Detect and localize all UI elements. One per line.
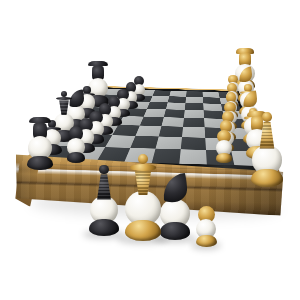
piece-gold-pawn [194,197,219,247]
piece-part-sph [117,89,129,101]
piece-part-sph [249,108,257,116]
piece-part-brim [79,93,95,96]
piece-part-brim [43,127,60,131]
piece-part-sph [252,145,282,175]
piece-black-pawn [115,83,132,117]
piece-part-sph [226,92,237,103]
piece-part-base [220,132,235,141]
piece-part-sph [88,78,109,99]
piece-gold-rook [244,105,271,159]
piece-part-horn [239,66,253,82]
piece-part-base [116,109,130,117]
piece-gold-pawn [223,87,239,119]
piece-part-base [216,153,233,163]
piece-part-sph [238,80,254,96]
piece-shadow [117,235,170,244]
piece-part-sph [241,106,258,123]
piece-part-sph [116,98,130,112]
piece-part-sph [48,120,56,128]
piece-part-stemQ [94,174,114,199]
piece-part-base [106,117,121,126]
piece-black-bishop [41,109,64,155]
piece-black-pawn [132,71,147,101]
piece-part-sph [226,91,238,103]
piece-part-base [223,122,237,130]
piece-part-base [67,152,85,163]
piece-gold-pawn [217,114,236,152]
piece-part-base [133,94,146,101]
piece-part-horn [242,91,258,109]
piece-layer [0,0,300,300]
piece-part-sph [107,106,121,120]
piece-part-sph [262,112,272,122]
piece-part-sph [99,103,112,116]
piece-part-base [246,146,269,159]
piece-part-base [224,111,237,119]
piece-part-sph [196,219,216,239]
piece-part-sph [134,76,144,86]
piece-part-sph [138,154,149,165]
piece-part-sph [221,121,235,135]
piece-part-sph [125,91,138,104]
piece-part-sph [235,64,254,83]
piece-gold-queen [249,113,286,187]
piece-part-sph [89,111,103,125]
piece-shadow [191,241,221,250]
piece-part-base [97,126,113,135]
piece-black-king [51,90,77,142]
piece-part-sph [225,101,238,114]
piece-part-sph [69,126,84,141]
piece-part-sph [79,118,93,132]
piece-part-sph [83,86,91,94]
piece-part-base [218,143,234,152]
piece-part-sph [246,129,268,151]
piece-black-bishop [77,76,98,118]
piece-part-base [251,169,282,187]
piece-part-base [243,133,263,144]
piece-gold-bishop [241,97,265,144]
piece-part-base [124,101,137,109]
piece-part-horn [68,90,84,108]
piece-part-base [226,101,239,108]
piece-part-sph [217,130,231,144]
piece-part-base [241,120,259,130]
piece-gold-pawn [222,96,239,130]
piece-part-stemK [57,100,71,115]
piece-part-base [53,130,75,142]
piece-part-stemQ [256,122,277,149]
piece-part-sph [28,136,52,160]
piece-part-base [87,95,109,107]
piece-part-sph [228,75,238,85]
piece-part-sph [88,121,104,137]
piece-part-cyl [239,53,250,66]
piece-part-sph [67,105,85,123]
piece-part-sph [244,117,263,136]
piece-part-base [78,108,96,118]
piece-part-sph [244,84,252,92]
piece-part-base [77,143,95,153]
piece-part-sph [133,84,145,96]
piece-part-sph [224,102,236,114]
piece-part-sph [79,94,96,111]
piece-part-sph [220,120,233,133]
piece-part-base [238,93,255,103]
chess-set-photo [0,0,300,300]
piece-part-sph [78,129,95,146]
piece-part-cyl [251,116,263,131]
piece-part-sph [108,96,120,108]
piece-gold-pawn [225,78,240,108]
piece-part-sph [240,92,257,109]
piece-black-knight [65,86,87,130]
piece-part-brim [240,91,256,94]
piece-black-pawn [105,90,123,126]
piece-part-sph [216,140,232,156]
piece-part-sph [227,83,237,93]
piece-part-cyl [33,123,47,139]
piece-part-stemK [131,171,155,196]
piece-part-sph [227,82,238,93]
piece-part-sph [160,199,189,228]
piece-black-queen [87,166,122,236]
piece-gold-bishop [238,74,259,116]
piece-part-base [67,119,85,130]
piece-part-sph [43,129,61,147]
piece-part-horn [162,173,188,203]
piece-part-sph [67,138,85,156]
piece-part-sph [198,206,215,223]
piece-part-cyl [92,66,104,80]
piece-black-pawn [76,111,97,153]
piece-part-sph [54,113,75,134]
piece-part-sph [90,196,118,224]
piece-part-brim [244,116,262,120]
piece-black-knight [157,167,194,240]
piece-part-base [235,79,255,91]
piece-part-sph [99,165,108,174]
piece-part-sph [222,111,234,123]
piece-gold-knight [236,63,256,103]
piece-black-pawn [96,97,115,135]
piece-gold-rook [233,43,257,91]
piece-part-cap [88,61,108,67]
piece-gold-pawn [219,105,237,141]
piece-part-sph [126,82,137,93]
piece-part-cap [29,117,52,124]
piece-part-brim [130,164,156,170]
piece-part-base [239,106,257,116]
piece-part-cap [236,48,254,53]
piece-part-sph [223,111,237,125]
piece-gold-pawn [226,70,240,98]
piece-gold-king [121,153,165,241]
piece-part-brim [56,97,72,101]
piece-part-base [42,144,61,155]
piece-part-sph [218,131,233,146]
piece-part-base [88,134,105,144]
piece-part-cap [247,111,268,117]
piece-black-pawn [86,104,106,144]
piece-part-sph [61,91,67,97]
piece-black-pawn [123,77,139,109]
piece-gold-pawn [214,123,234,163]
piece-part-sph [97,114,112,129]
piece-black-rook [85,55,111,107]
piece-part-base [227,91,239,98]
piece-gold-knight [239,87,261,130]
piece-part-sph [125,191,160,226]
piece-black-rook [25,110,55,170]
piece-black-pawn [65,119,87,163]
piece-part-base [27,156,52,170]
